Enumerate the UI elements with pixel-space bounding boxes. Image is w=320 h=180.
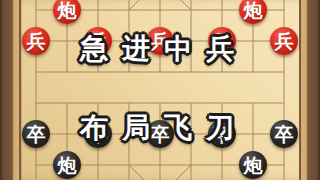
board-left-edge [0,0,21,180]
caption-char: 急 [73,32,115,66]
caption-char: 布 [73,111,115,145]
overlay-text-top: 急进中兵 [0,32,317,66]
xiangqi-board: 炮炮兵兵兵兵兵卒卒卒卒卒炮炮 急进中兵 布局飞刀 [0,0,320,180]
piece-red-cannon[interactable]: 炮 [239,0,267,24]
piece-red-cannon[interactable]: 炮 [53,0,81,24]
caption-char: 局 [115,111,157,145]
piece-grid: 炮炮兵兵兵兵兵卒卒卒卒卒炮炮 [21,0,300,180]
caption-char: 刀 [199,111,241,145]
piece-black-cannon[interactable]: 炮 [239,151,267,179]
board-right-edge [299,0,320,180]
overlay-text-bottom: 布局飞刀 [0,111,317,145]
caption-char: 进 [115,32,157,66]
caption-char: 飞 [157,111,199,145]
caption-char: 兵 [199,32,241,66]
caption-char: 中 [157,32,199,66]
piece-black-cannon[interactable]: 炮 [53,151,81,179]
